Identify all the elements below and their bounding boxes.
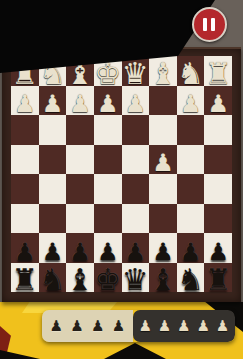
black-queen[interactable]: ♛ <box>122 265 149 295</box>
white-pawn[interactable]: ♟ <box>125 92 147 116</box>
black-pawn[interactable]: ♟ <box>69 240 91 264</box>
square-a5[interactable] <box>204 174 232 204</box>
square-a7[interactable]: ♟ <box>204 233 232 263</box>
square-g7[interactable]: ♟ <box>39 233 67 263</box>
white-queen[interactable]: ♛ <box>122 59 149 89</box>
square-e6[interactable] <box>94 204 122 234</box>
square-h3[interactable] <box>11 115 39 145</box>
square-a1[interactable]: ♜ <box>204 56 232 86</box>
square-d7[interactable]: ♟ <box>122 233 150 263</box>
square-e4[interactable] <box>94 145 122 175</box>
square-g8[interactable]: ♞ <box>39 263 67 293</box>
black-corner-decoration <box>0 350 40 359</box>
square-a3[interactable] <box>204 115 232 145</box>
square-e3[interactable] <box>94 115 122 145</box>
square-f7[interactable]: ♟ <box>66 233 94 263</box>
white-pawn[interactable]: ♟ <box>42 92 64 116</box>
black-pawn-icon: ♟ <box>49 319 62 334</box>
square-c3[interactable] <box>149 115 177 145</box>
black-pawn-icon: ♟ <box>112 319 125 334</box>
pause-icon <box>203 18 207 31</box>
square-d6[interactable] <box>122 204 150 234</box>
square-a2[interactable]: ♟ <box>204 86 232 116</box>
white-pawn-icon: ♟ <box>177 319 190 334</box>
square-h2[interactable]: ♟ <box>11 86 39 116</box>
black-knight[interactable]: ♞ <box>177 265 204 295</box>
square-h4[interactable] <box>11 145 39 175</box>
square-d5[interactable] <box>122 174 150 204</box>
pause-icon <box>211 18 215 31</box>
black-pawn[interactable]: ♟ <box>180 240 202 264</box>
captured-pieces-bar: ♟♟♟♟ ♟♟♟♟♟ <box>42 310 235 342</box>
black-rook[interactable]: ♜ <box>11 265 38 295</box>
white-pawn[interactable]: ♟ <box>69 92 91 116</box>
square-f2[interactable]: ♟ <box>66 86 94 116</box>
square-f5[interactable] <box>66 174 94 204</box>
square-e2[interactable]: ♟ <box>94 86 122 116</box>
square-c7[interactable]: ♟ <box>149 233 177 263</box>
white-pawn-icon: ♟ <box>196 319 209 334</box>
square-b8[interactable]: ♞ <box>177 263 205 293</box>
black-pawn[interactable]: ♟ <box>152 240 174 264</box>
square-d4[interactable] <box>122 145 150 175</box>
square-d2[interactable]: ♟ <box>122 86 150 116</box>
white-knight[interactable]: ♞ <box>177 59 204 89</box>
black-bishop[interactable]: ♝ <box>67 265 94 295</box>
captured-pieces-tray-dark: ♟♟♟♟♟ <box>133 310 235 342</box>
square-h7[interactable]: ♟ <box>11 233 39 263</box>
square-f3[interactable] <box>66 115 94 145</box>
square-c4[interactable]: ♟ <box>149 145 177 175</box>
square-g3[interactable] <box>39 115 67 145</box>
square-e5[interactable] <box>94 174 122 204</box>
white-pawn-icon: ♟ <box>158 319 171 334</box>
square-f4[interactable] <box>66 145 94 175</box>
square-d8[interactable]: ♛ <box>122 263 150 293</box>
black-bishop[interactable]: ♝ <box>149 265 176 295</box>
chess-app-screen: ♜♞♝♚♛♝♞♜♟♟♟♟♟♟♟♟♟♟♟♟♟♟♟♟♜♞♝♚♛♝♞♜ 00:03 ♟… <box>0 0 243 359</box>
black-pawn[interactable]: ♟ <box>207 240 229 264</box>
black-pawn[interactable]: ♟ <box>125 240 147 264</box>
white-pawn[interactable]: ♟ <box>14 92 36 116</box>
square-a8[interactable]: ♜ <box>204 263 232 293</box>
white-pawn[interactable]: ♟ <box>207 92 229 116</box>
square-e7[interactable]: ♟ <box>94 233 122 263</box>
square-g5[interactable] <box>39 174 67 204</box>
black-pawn[interactable]: ♟ <box>14 240 36 264</box>
chess-board-frame: ♜♞♝♚♛♝♞♜♟♟♟♟♟♟♟♟♟♟♟♟♟♟♟♟♜♞♝♚♛♝♞♜ <box>2 47 241 302</box>
black-rook[interactable]: ♜ <box>205 265 232 295</box>
square-d3[interactable] <box>122 115 150 145</box>
square-a6[interactable] <box>204 204 232 234</box>
square-g6[interactable] <box>39 204 67 234</box>
square-f8[interactable]: ♝ <box>66 263 94 293</box>
square-b4[interactable] <box>177 145 205 175</box>
black-king[interactable]: ♚ <box>94 265 121 295</box>
chess-board[interactable]: ♜♞♝♚♛♝♞♜♟♟♟♟♟♟♟♟♟♟♟♟♟♟♟♟♜♞♝♚♛♝♞♜ <box>11 56 232 292</box>
captured-pieces-tray-light: ♟♟♟♟ <box>42 310 133 342</box>
square-g2[interactable]: ♟ <box>39 86 67 116</box>
square-a4[interactable] <box>204 145 232 175</box>
black-triangle-decoration <box>104 343 166 359</box>
square-f6[interactable] <box>66 204 94 234</box>
square-c1[interactable]: ♝ <box>149 56 177 86</box>
red-wedge-decoration <box>0 326 11 354</box>
square-h6[interactable] <box>11 204 39 234</box>
white-pawn-icon: ♟ <box>216 319 229 334</box>
white-bishop[interactable]: ♝ <box>149 59 176 89</box>
square-c2[interactable] <box>149 86 177 116</box>
black-pawn[interactable]: ♟ <box>42 240 64 264</box>
black-pawn-icon: ♟ <box>70 319 83 334</box>
square-e8[interactable]: ♚ <box>94 263 122 293</box>
square-g4[interactable] <box>39 145 67 175</box>
square-c6[interactable] <box>149 204 177 234</box>
pause-button[interactable] <box>192 7 227 42</box>
white-pawn[interactable]: ♟ <box>152 151 174 175</box>
black-knight[interactable]: ♞ <box>39 265 66 295</box>
square-c5[interactable] <box>149 174 177 204</box>
square-b6[interactable] <box>177 204 205 234</box>
square-b5[interactable] <box>177 174 205 204</box>
square-b7[interactable]: ♟ <box>177 233 205 263</box>
white-pawn-icon: ♟ <box>139 319 152 334</box>
white-pawn[interactable]: ♟ <box>180 92 202 116</box>
white-rook[interactable]: ♜ <box>205 59 232 89</box>
black-pawn-icon: ♟ <box>91 319 104 334</box>
white-pawn[interactable]: ♟ <box>97 92 119 116</box>
square-h8[interactable]: ♜ <box>11 263 39 293</box>
square-b3[interactable] <box>177 115 205 145</box>
square-c8[interactable]: ♝ <box>149 263 177 293</box>
black-pawn[interactable]: ♟ <box>97 240 119 264</box>
square-b2[interactable]: ♟ <box>177 86 205 116</box>
square-h5[interactable] <box>11 174 39 204</box>
square-b1[interactable]: ♞ <box>177 56 205 86</box>
